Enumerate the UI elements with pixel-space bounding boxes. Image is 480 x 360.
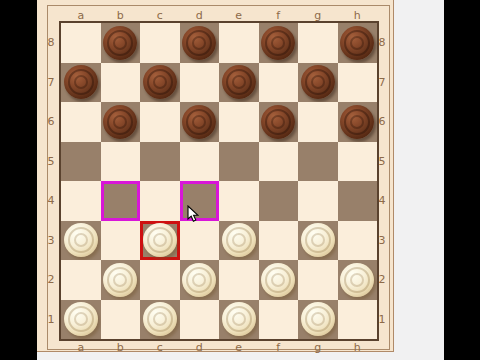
dark-piece[interactable]: [222, 65, 256, 99]
square-b6[interactable]: [101, 102, 141, 142]
rank-label: 8: [45, 23, 57, 63]
light-piece[interactable]: [182, 263, 216, 297]
square-a3[interactable]: [61, 221, 101, 261]
light-piece[interactable]: [301, 223, 335, 257]
file-label: f: [259, 341, 299, 353]
dark-piece[interactable]: [143, 65, 177, 99]
file-label: d: [180, 9, 220, 21]
square-b2[interactable]: [101, 260, 141, 300]
square-a8[interactable]: [61, 23, 101, 63]
file-label: c: [140, 9, 180, 21]
rank-label: 3: [45, 221, 57, 261]
light-piece[interactable]: [64, 223, 98, 257]
square-e6[interactable]: [219, 102, 259, 142]
square-c7[interactable]: [140, 63, 180, 103]
light-piece[interactable]: [340, 263, 374, 297]
file-label: a: [61, 9, 101, 21]
square-g5[interactable]: [298, 142, 338, 182]
rank-label: 2: [45, 260, 57, 300]
square-f5[interactable]: [259, 142, 299, 182]
square-b3[interactable]: [101, 221, 141, 261]
light-piece[interactable]: [301, 302, 335, 336]
file-labels-top: abcdefgh: [61, 9, 377, 21]
rank-labels-left: 87654321: [45, 23, 57, 339]
rank-label: 6: [45, 102, 57, 142]
square-g4[interactable]: [298, 181, 338, 221]
square-e2[interactable]: [219, 260, 259, 300]
square-c3[interactable]: [140, 221, 180, 261]
square-g7[interactable]: [298, 63, 338, 103]
file-label: e: [219, 9, 259, 21]
square-b1[interactable]: [101, 300, 141, 340]
file-label: h: [338, 9, 378, 21]
square-h4[interactable]: [338, 181, 378, 221]
square-e8[interactable]: [219, 23, 259, 63]
square-f6[interactable]: [259, 102, 299, 142]
dark-piece[interactable]: [182, 105, 216, 139]
square-d2[interactable]: [180, 260, 220, 300]
square-h5[interactable]: [338, 142, 378, 182]
dark-piece[interactable]: [103, 26, 137, 60]
light-piece[interactable]: [222, 223, 256, 257]
square-b5[interactable]: [101, 142, 141, 182]
square-h2[interactable]: [338, 260, 378, 300]
file-label: c: [140, 341, 180, 353]
square-h7[interactable]: [338, 63, 378, 103]
square-b4[interactable]: [101, 181, 141, 221]
file-label: b: [101, 341, 141, 353]
dark-piece[interactable]: [340, 105, 374, 139]
file-labels-bottom: abcdefgh: [61, 341, 377, 353]
square-c2[interactable]: [140, 260, 180, 300]
square-b7[interactable]: [101, 63, 141, 103]
square-c1[interactable]: [140, 300, 180, 340]
square-d6[interactable]: [180, 102, 220, 142]
video-frame: abcdefgh abcdefgh 87654321 87654321: [0, 0, 480, 360]
file-label: g: [298, 341, 338, 353]
square-f1[interactable]: [259, 300, 299, 340]
square-g1[interactable]: [298, 300, 338, 340]
light-piece[interactable]: [143, 302, 177, 336]
dark-piece[interactable]: [103, 105, 137, 139]
dark-piece[interactable]: [182, 26, 216, 60]
square-a5[interactable]: [61, 142, 101, 182]
square-f7[interactable]: [259, 63, 299, 103]
dark-piece[interactable]: [261, 26, 295, 60]
square-e5[interactable]: [219, 142, 259, 182]
square-g2[interactable]: [298, 260, 338, 300]
square-f3[interactable]: [259, 221, 299, 261]
square-d8[interactable]: [180, 23, 220, 63]
square-a2[interactable]: [61, 260, 101, 300]
square-c5[interactable]: [140, 142, 180, 182]
square-h8[interactable]: [338, 23, 378, 63]
square-d4[interactable]: [180, 181, 220, 221]
square-f2[interactable]: [259, 260, 299, 300]
pillarbox-right: [444, 0, 480, 360]
dark-piece[interactable]: [261, 105, 295, 139]
square-e7[interactable]: [219, 63, 259, 103]
square-g3[interactable]: [298, 221, 338, 261]
dark-piece[interactable]: [340, 26, 374, 60]
square-d7[interactable]: [180, 63, 220, 103]
light-piece[interactable]: [261, 263, 295, 297]
file-label: e: [219, 341, 259, 353]
square-d3[interactable]: [180, 221, 220, 261]
square-g6[interactable]: [298, 102, 338, 142]
checkers-board: [59, 21, 379, 341]
square-c4[interactable]: [140, 181, 180, 221]
square-d5[interactable]: [180, 142, 220, 182]
square-c6[interactable]: [140, 102, 180, 142]
square-h6[interactable]: [338, 102, 378, 142]
square-a1[interactable]: [61, 300, 101, 340]
square-g8[interactable]: [298, 23, 338, 63]
square-f8[interactable]: [259, 23, 299, 63]
rank-label: 5: [45, 142, 57, 182]
board-panel: abcdefgh abcdefgh 87654321 87654321: [37, 0, 394, 352]
rank-label: 4: [45, 181, 57, 221]
pillarbox-left: [0, 0, 37, 360]
file-label: b: [101, 9, 141, 21]
square-h1[interactable]: [338, 300, 378, 340]
file-label: f: [259, 9, 299, 21]
dark-piece[interactable]: [64, 65, 98, 99]
dark-piece[interactable]: [301, 65, 335, 99]
square-a4[interactable]: [61, 181, 101, 221]
light-piece[interactable]: [64, 302, 98, 336]
square-e3[interactable]: [219, 221, 259, 261]
square-h3[interactable]: [338, 221, 378, 261]
light-piece[interactable]: [103, 263, 137, 297]
square-c8[interactable]: [140, 23, 180, 63]
light-piece[interactable]: [222, 302, 256, 336]
file-label: h: [338, 341, 378, 353]
rank-label: 1: [45, 300, 57, 340]
file-label: d: [180, 341, 220, 353]
square-b8[interactable]: [101, 23, 141, 63]
square-a7[interactable]: [61, 63, 101, 103]
square-f4[interactable]: [259, 181, 299, 221]
file-label: g: [298, 9, 338, 21]
square-e1[interactable]: [219, 300, 259, 340]
square-e4[interactable]: [219, 181, 259, 221]
light-piece[interactable]: [143, 223, 177, 257]
square-d1[interactable]: [180, 300, 220, 340]
rank-label: 7: [45, 63, 57, 103]
file-label: a: [61, 341, 101, 353]
square-a6[interactable]: [61, 102, 101, 142]
